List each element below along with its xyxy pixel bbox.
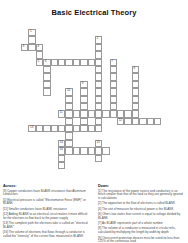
grid-void <box>51 118 58 125</box>
grid-cell[interactable] <box>36 125 43 132</box>
grid-cell[interactable] <box>43 88 50 95</box>
grid-void <box>88 44 95 51</box>
grid-cell[interactable] <box>95 103 102 110</box>
grid-void <box>147 44 154 51</box>
grid-void <box>117 59 124 66</box>
grid-void <box>154 110 161 117</box>
clue: [4] The unit of measure for electrical p… <box>98 208 185 212</box>
grid-void <box>43 140 50 147</box>
grid-void <box>139 147 146 154</box>
grid-void <box>102 29 109 36</box>
grid-void <box>147 103 154 110</box>
grid-void <box>88 118 95 125</box>
grid-cell[interactable] <box>102 147 109 154</box>
grid-void <box>102 73 109 80</box>
grid-void <box>21 155 28 162</box>
grid-cell[interactable]: 10 <box>65 88 72 95</box>
grid-cell[interactable] <box>95 66 102 73</box>
grid-void <box>154 29 161 36</box>
grid-void <box>117 155 124 162</box>
grid-void <box>73 81 80 88</box>
grid-void <box>36 162 43 169</box>
grid-void <box>80 44 87 51</box>
grid-cell[interactable]: 14 <box>58 140 65 147</box>
grid-void <box>28 140 35 147</box>
grid-cell[interactable]: 9 <box>80 81 87 88</box>
grid-cell[interactable] <box>95 118 102 125</box>
grid-void <box>124 73 131 80</box>
grid-void <box>51 147 58 154</box>
clue-number: 1 <box>30 30 32 33</box>
grid-void <box>139 44 146 51</box>
grid-void <box>21 81 28 88</box>
grid-cell[interactable] <box>147 118 154 125</box>
grid-cell[interactable] <box>88 110 95 117</box>
grid-cell[interactable]: 1 <box>28 29 35 36</box>
grid-cell[interactable]: 11 <box>58 110 65 117</box>
grid-void <box>65 162 72 169</box>
grid-void <box>132 59 139 66</box>
grid-cell[interactable] <box>88 125 95 132</box>
grid-cell[interactable] <box>80 96 87 103</box>
grid-cell[interactable] <box>132 81 139 88</box>
grid-void <box>95 162 102 169</box>
grid-void <box>147 36 154 43</box>
grid-void <box>43 155 50 162</box>
grid-cell[interactable] <box>73 147 80 154</box>
grid-cell[interactable] <box>65 125 72 132</box>
grid-void <box>88 29 95 36</box>
grid-void <box>88 36 95 43</box>
grid-cell[interactable] <box>80 147 87 154</box>
grid-void <box>28 66 35 73</box>
grid-cell[interactable]: 7 <box>110 59 117 66</box>
grid-void <box>43 162 50 169</box>
grid-void <box>65 51 72 58</box>
grid-cell[interactable] <box>95 51 102 58</box>
grid-void <box>154 125 161 132</box>
grid-void <box>117 36 124 43</box>
grid-void <box>21 147 28 154</box>
grid-void <box>110 44 117 51</box>
grid-void <box>132 51 139 58</box>
clue: [6] Ohm's law states that current is equ… <box>98 213 185 221</box>
grid-void <box>139 125 146 132</box>
grid-cell[interactable]: 13 <box>28 125 35 132</box>
grid-cell[interactable] <box>132 118 139 125</box>
grid-void <box>73 29 80 36</box>
grid-void <box>124 81 131 88</box>
crossword-page: { "game": "crossword", "title": "Basic E… <box>0 0 188 243</box>
grid-void <box>28 81 35 88</box>
grid-void <box>73 96 80 103</box>
grid-void <box>80 140 87 147</box>
grid-void <box>43 96 50 103</box>
grid-void <box>132 132 139 139</box>
grid-cell[interactable] <box>124 118 131 125</box>
grid-void <box>102 59 109 66</box>
clue: [7] An BLANK represents part of a whole … <box>98 222 185 226</box>
grid-cell[interactable] <box>110 96 117 103</box>
grid-void <box>28 88 35 95</box>
grid-void <box>124 66 131 73</box>
grid-void <box>110 132 117 139</box>
grid-cell[interactable] <box>117 110 124 117</box>
grid-cell[interactable]: 4 <box>36 44 43 51</box>
grid-void <box>147 162 154 169</box>
grid-void <box>65 36 72 43</box>
grid-void <box>139 73 146 80</box>
grid-void <box>95 29 102 36</box>
grid-void <box>36 132 43 139</box>
grid-void <box>102 81 109 88</box>
grid-cell[interactable] <box>58 125 65 132</box>
grid-void <box>28 96 35 103</box>
grid-void <box>73 155 80 162</box>
grid-void <box>80 155 87 162</box>
grid-cell[interactable] <box>102 110 109 117</box>
grid-cell[interactable]: 8 <box>132 66 139 73</box>
grid-cell[interactable] <box>65 59 72 66</box>
grid-void <box>124 103 131 110</box>
grid-void <box>102 96 109 103</box>
grid-cell[interactable] <box>80 88 87 95</box>
grid-void <box>36 36 43 43</box>
grid-cell[interactable]: 5 <box>36 59 43 66</box>
grid-cell[interactable] <box>132 96 139 103</box>
grid-void <box>124 162 131 169</box>
clue-number: 8 <box>133 67 135 70</box>
grid-void <box>51 155 58 162</box>
grid-void <box>28 155 35 162</box>
grid-cell[interactable] <box>95 81 102 88</box>
grid-void <box>73 36 80 43</box>
grid-void <box>21 118 28 125</box>
grid-cell[interactable] <box>58 59 65 66</box>
grid-void <box>58 103 65 110</box>
grid-cell[interactable] <box>95 96 102 103</box>
grid-void <box>58 88 65 95</box>
grid-void <box>28 73 35 80</box>
grid-cell[interactable]: 15 <box>95 140 102 147</box>
grid-void <box>117 132 124 139</box>
grid-cell[interactable] <box>65 103 72 110</box>
grid-void <box>124 155 131 162</box>
grid-void <box>154 140 161 147</box>
grid-cell[interactable] <box>80 59 87 66</box>
grid-cell[interactable] <box>132 110 139 117</box>
grid-void <box>154 162 161 169</box>
grid-void <box>110 125 117 132</box>
grid-void <box>73 66 80 73</box>
grid-void <box>102 118 109 125</box>
grid-cell[interactable] <box>80 103 87 110</box>
grid-cell[interactable] <box>36 51 43 58</box>
grid-void <box>73 132 80 139</box>
grid-void <box>124 125 131 132</box>
grid-void <box>58 44 65 51</box>
grid-cell[interactable] <box>80 110 87 117</box>
grid-cell[interactable] <box>43 73 50 80</box>
grid-void <box>117 88 124 95</box>
grid-cell[interactable] <box>88 59 95 66</box>
crossword-grid: 12345678910111213141516 <box>21 29 161 169</box>
down-header: Down: <box>98 184 185 188</box>
grid-void <box>80 29 87 36</box>
grid-cell[interactable] <box>65 110 72 117</box>
grid-cell[interactable] <box>95 147 102 154</box>
grid-void <box>117 81 124 88</box>
grid-cell[interactable] <box>110 110 117 117</box>
clue-lists: Across: [3] Copper conductors have BLANK… <box>3 184 185 243</box>
grid-cell[interactable] <box>73 110 80 117</box>
grid-cell[interactable] <box>51 59 58 66</box>
clue-number: 9 <box>82 82 84 85</box>
grid-void <box>58 132 65 139</box>
grid-cell[interactable] <box>132 103 139 110</box>
grid-void <box>117 147 124 154</box>
grid-void <box>58 29 65 36</box>
grid-void <box>117 125 124 132</box>
grid-void <box>124 132 131 139</box>
grid-void <box>73 140 80 147</box>
grid-cell[interactable] <box>65 118 72 125</box>
clue: [8] The volume of a conductor is measure… <box>98 227 185 235</box>
grid-void <box>139 66 146 73</box>
clue: [3] Copper conductors have BLANK resista… <box>3 190 90 198</box>
grid-cell[interactable] <box>110 88 117 95</box>
grid-void <box>88 155 95 162</box>
grid-void <box>102 132 109 139</box>
grid-void <box>28 147 35 154</box>
grid-void <box>65 81 72 88</box>
grid-cell[interactable] <box>58 162 65 169</box>
grid-void <box>147 147 154 154</box>
grid-void <box>51 88 58 95</box>
grid-void <box>102 162 109 169</box>
grid-void <box>36 110 43 117</box>
grid-cell[interactable]: 16 <box>58 147 65 154</box>
clue: [5] Electrical pressure is called "Elect… <box>3 199 90 207</box>
grid-cell[interactable]: 12 <box>117 118 124 125</box>
grid-cell[interactable] <box>80 125 87 132</box>
grid-cell[interactable] <box>139 118 146 125</box>
grid-cell[interactable] <box>95 88 102 95</box>
grid-void <box>21 103 28 110</box>
grid-void <box>139 110 146 117</box>
grid-void <box>124 147 131 154</box>
clue-number: 10 <box>67 89 70 92</box>
grid-void <box>51 81 58 88</box>
grid-void <box>154 44 161 51</box>
grid-void <box>124 59 131 66</box>
grid-void <box>110 51 117 58</box>
grid-void <box>36 140 43 147</box>
grid-cell[interactable] <box>88 147 95 154</box>
grid-cell[interactable] <box>43 66 50 73</box>
grid-void <box>28 132 35 139</box>
grid-cell[interactable] <box>65 132 72 139</box>
grid-void <box>58 66 65 73</box>
grid-void <box>117 162 124 169</box>
grid-void <box>117 44 124 51</box>
clue-number: 3 <box>23 45 25 48</box>
grid-cell[interactable] <box>58 155 65 162</box>
grid-cell[interactable] <box>43 125 50 132</box>
grid-cell[interactable] <box>65 147 72 154</box>
clue-number: 6 <box>45 60 47 63</box>
grid-void <box>147 81 154 88</box>
grid-cell[interactable] <box>65 96 72 103</box>
grid-void <box>102 125 109 132</box>
grid-cell[interactable] <box>132 88 139 95</box>
grid-void <box>110 155 117 162</box>
grid-void <box>102 155 109 162</box>
grid-void <box>73 103 80 110</box>
grid-void <box>88 66 95 73</box>
grid-void <box>124 88 131 95</box>
grid-cell[interactable] <box>124 110 131 117</box>
grid-cell[interactable] <box>28 44 35 51</box>
grid-void <box>73 118 80 125</box>
grid-void <box>154 132 161 139</box>
grid-void <box>21 88 28 95</box>
grid-void <box>73 88 80 95</box>
grid-void <box>51 103 58 110</box>
grid-void <box>28 59 35 66</box>
grid-void <box>102 103 109 110</box>
grid-void <box>21 110 28 117</box>
grid-void <box>73 44 80 51</box>
grid-void <box>139 140 146 147</box>
grid-cell[interactable]: 6 <box>43 59 50 66</box>
grid-cell[interactable]: 3 <box>21 44 28 51</box>
grid-void <box>36 155 43 162</box>
grid-void <box>124 44 131 51</box>
grid-cell[interactable] <box>73 59 80 66</box>
grid-void <box>102 44 109 51</box>
grid-void <box>147 155 154 162</box>
grid-void <box>21 125 28 132</box>
grid-void <box>58 51 65 58</box>
grid-cell[interactable] <box>28 36 35 43</box>
grid-void <box>132 36 139 43</box>
grid-void <box>36 147 43 154</box>
grid-void <box>73 73 80 80</box>
grid-void <box>80 36 87 43</box>
grid-void <box>65 29 72 36</box>
grid-void <box>117 73 124 80</box>
grid-cell[interactable] <box>51 125 58 132</box>
grid-void <box>65 155 72 162</box>
grid-cell[interactable] <box>65 140 72 147</box>
grid-void <box>43 29 50 36</box>
grid-void <box>95 132 102 139</box>
grid-cell[interactable] <box>73 125 80 132</box>
grid-void <box>139 132 146 139</box>
clue: [9] Overcurrent protection devices must … <box>98 237 185 243</box>
grid-cell[interactable] <box>95 125 102 132</box>
grid-void <box>21 140 28 147</box>
grid-void <box>73 51 80 58</box>
grid-void <box>117 66 124 73</box>
grid-void <box>65 44 72 51</box>
clue-number: 2 <box>97 37 99 40</box>
grid-void <box>102 140 109 147</box>
grid-void <box>58 73 65 80</box>
grid-void <box>139 81 146 88</box>
grid-void <box>154 59 161 66</box>
grid-cell[interactable] <box>110 103 117 110</box>
clue-number: 4 <box>37 45 39 48</box>
grid-void <box>88 103 95 110</box>
grid-void <box>110 36 117 43</box>
grid-void <box>80 66 87 73</box>
grid-void <box>21 36 28 43</box>
grid-void <box>88 162 95 169</box>
grid-void <box>147 110 154 117</box>
clue: [1] The resistance of the power source a… <box>98 190 185 201</box>
grid-void <box>110 118 117 125</box>
grid-void <box>88 132 95 139</box>
grid-void <box>36 96 43 103</box>
grid-void <box>51 110 58 117</box>
grid-cell[interactable] <box>110 81 117 88</box>
grid-cell[interactable] <box>95 110 102 117</box>
grid-cell[interactable] <box>110 73 117 80</box>
grid-void <box>28 51 35 58</box>
grid-void <box>28 162 35 169</box>
clue-number: 11 <box>60 111 63 114</box>
grid-void <box>43 118 50 125</box>
grid-void <box>88 140 95 147</box>
grid-void <box>139 59 146 66</box>
grid-void <box>154 147 161 154</box>
grid-void <box>58 36 65 43</box>
grid-cell[interactable] <box>154 118 161 125</box>
grid-cell[interactable] <box>132 73 139 80</box>
grid-void <box>80 73 87 80</box>
grid-void <box>117 51 124 58</box>
grid-void <box>43 44 50 51</box>
grid-void <box>36 81 43 88</box>
grid-cell[interactable] <box>95 59 102 66</box>
grid-void <box>21 132 28 139</box>
grid-cell[interactable] <box>95 155 102 162</box>
grid-void <box>43 36 50 43</box>
grid-void <box>139 155 146 162</box>
grid-void <box>154 51 161 58</box>
grid-cell[interactable] <box>110 66 117 73</box>
grid-void <box>21 162 28 169</box>
grid-void <box>80 51 87 58</box>
across-header: Across: <box>3 184 90 188</box>
grid-void <box>102 66 109 73</box>
grid-cell[interactable] <box>80 118 87 125</box>
grid-void <box>102 36 109 43</box>
grid-cell[interactable] <box>95 44 102 51</box>
grid-void <box>28 103 35 110</box>
grid-void <box>154 155 161 162</box>
grid-void <box>43 51 50 58</box>
grid-cell[interactable] <box>43 81 50 88</box>
clue-number: 7 <box>111 60 113 63</box>
grid-cell[interactable]: 2 <box>95 36 102 43</box>
grid-void <box>124 29 131 36</box>
grid-cell[interactable] <box>95 73 102 80</box>
grid-void <box>147 73 154 80</box>
grid-void <box>117 96 124 103</box>
